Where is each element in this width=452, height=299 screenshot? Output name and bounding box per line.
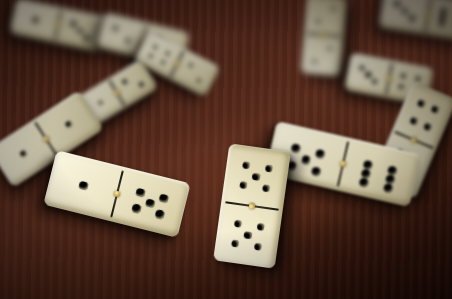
pip <box>262 184 270 192</box>
pip <box>78 181 88 191</box>
domino-tile-5-5 <box>213 143 291 268</box>
pip <box>331 6 336 11</box>
pip <box>152 44 159 51</box>
pip <box>401 73 407 79</box>
pip <box>145 198 155 208</box>
pip <box>290 143 301 154</box>
pip <box>439 20 446 27</box>
pip <box>358 177 369 188</box>
pip <box>256 223 264 231</box>
pip <box>160 59 167 66</box>
pip <box>138 81 144 87</box>
pip <box>147 53 154 60</box>
tile-half-5 <box>110 167 190 238</box>
pip <box>252 173 260 181</box>
pip <box>254 243 262 251</box>
domino-tile-2-2 <box>301 0 348 77</box>
pip <box>84 35 91 42</box>
tile-half-2 <box>304 0 347 37</box>
pip <box>244 231 252 239</box>
pip <box>327 46 332 51</box>
pip <box>394 1 401 8</box>
pip <box>125 38 131 44</box>
pip <box>316 19 321 24</box>
pip <box>70 21 77 28</box>
pip <box>365 72 371 78</box>
pip <box>409 15 416 22</box>
pip <box>136 187 146 197</box>
pip <box>112 25 118 31</box>
pip <box>155 209 165 219</box>
pip <box>423 122 432 131</box>
pip <box>19 149 28 158</box>
tile-half-5 <box>221 143 291 210</box>
pip <box>415 76 421 82</box>
pip <box>417 99 426 108</box>
pip <box>402 8 409 15</box>
domino-tile-1-5 <box>43 150 190 238</box>
brass-pin-icon <box>249 203 255 209</box>
pip <box>383 183 394 194</box>
pip <box>77 28 84 35</box>
pip <box>32 17 39 24</box>
pip <box>231 240 239 248</box>
pip <box>234 219 242 227</box>
pip <box>312 59 317 64</box>
pip <box>359 65 365 71</box>
pip <box>196 77 203 84</box>
tile-half-5 <box>213 202 283 269</box>
pip <box>98 100 104 106</box>
domino-tile-3-6 <box>378 0 452 42</box>
pip <box>311 166 322 177</box>
brass-pin-icon <box>321 32 327 38</box>
domino-tile-1-3 <box>9 0 106 52</box>
pip <box>122 79 128 85</box>
pip <box>240 181 248 189</box>
pip <box>164 50 171 57</box>
pip <box>131 204 141 214</box>
pip <box>242 161 250 169</box>
pip <box>64 120 73 129</box>
tile-half-2 <box>301 33 344 76</box>
dominoes-photo <box>0 0 452 299</box>
pip <box>431 105 440 114</box>
pip <box>301 154 312 165</box>
pip <box>265 164 273 172</box>
pip <box>398 84 404 90</box>
brass-pin-icon <box>425 12 431 18</box>
pip <box>315 149 326 160</box>
tile-half-3 <box>378 0 431 35</box>
pip <box>159 193 169 203</box>
pip <box>188 62 195 69</box>
pip <box>371 79 377 85</box>
brass-pin-icon <box>386 76 392 82</box>
pip <box>410 117 419 126</box>
